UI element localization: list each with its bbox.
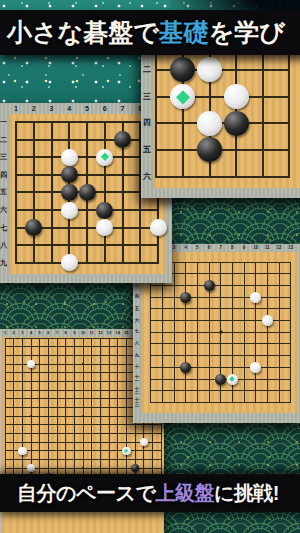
black-stone xyxy=(204,280,215,291)
grid-line-horizontal xyxy=(5,433,162,434)
row-label: 三 xyxy=(134,283,141,287)
star-point xyxy=(121,226,124,229)
row-label: 九 xyxy=(134,353,141,357)
column-label: 9 xyxy=(243,246,246,250)
star-point xyxy=(50,156,53,159)
column-label: 10 xyxy=(81,331,85,335)
grid-line-vertical xyxy=(100,338,101,495)
black-stone xyxy=(96,202,113,219)
grid-line-horizontal xyxy=(155,149,290,151)
column-label: 9 xyxy=(73,331,75,335)
bottom-caption-text: 自分のペースで上級盤に挑戦! xyxy=(17,482,279,504)
row-label: 四 xyxy=(134,295,141,299)
grid-line-vertical xyxy=(104,121,106,264)
column-label: 1 xyxy=(14,105,18,112)
column-label: 12 xyxy=(98,331,102,335)
row-label: 十三 xyxy=(134,398,141,407)
top-caption-highlight: 基礎 xyxy=(159,18,209,46)
white-stone xyxy=(18,447,26,455)
grid-line-horizontal xyxy=(5,459,162,460)
go-app-screenshot: 123456一二三四五六123456789一二三四五六七八九1234567891… xyxy=(0,0,300,533)
column-label: 4 xyxy=(67,105,71,112)
black-stone xyxy=(61,184,78,201)
white-stone xyxy=(250,362,261,373)
grid-line-horizontal xyxy=(15,209,159,211)
white-stone xyxy=(197,111,222,136)
grid-line-vertical xyxy=(262,42,264,177)
column-label: 7 xyxy=(56,331,58,335)
row-label: 二 xyxy=(0,136,8,143)
grid-line-horizontal xyxy=(15,262,159,264)
black-stone xyxy=(114,131,131,148)
grid-line-horizontal xyxy=(155,176,290,178)
row-label: 九 xyxy=(0,259,8,266)
grid-line-vertical xyxy=(235,42,237,177)
column-label: 13 xyxy=(107,331,111,335)
last-move-marker xyxy=(176,90,189,103)
column-label: 3 xyxy=(21,331,23,335)
white-stone xyxy=(262,315,273,326)
column-label: 6 xyxy=(103,105,107,112)
black-stone xyxy=(61,166,78,183)
row-label: 五 xyxy=(0,189,8,196)
grid-line-vertical xyxy=(126,338,127,495)
black-stone xyxy=(224,111,249,136)
goban-surface[interactable] xyxy=(153,33,300,188)
column-label: 5 xyxy=(85,105,89,112)
row-label: 十一 xyxy=(134,375,141,384)
black-stone xyxy=(215,374,226,385)
column-label: 8 xyxy=(231,246,234,250)
last-move-marker xyxy=(229,376,235,382)
black-stone xyxy=(180,362,191,373)
top-caption-text: 小さな碁盤で基礎を学び xyxy=(7,18,285,46)
column-label: 12 xyxy=(277,246,282,250)
column-label: 1 xyxy=(4,331,6,335)
grid-line-vertical xyxy=(117,338,118,495)
white-stone xyxy=(227,374,238,385)
star-point xyxy=(219,331,222,334)
row-label: 五 xyxy=(134,307,141,311)
top-caption-post: を学び xyxy=(209,18,285,46)
row-label: 四 xyxy=(141,119,153,127)
grid-line-horizontal xyxy=(5,442,162,443)
column-label: 8 xyxy=(65,331,67,335)
last-move-marker xyxy=(124,448,129,453)
top-caption-pre: 小さな碁盤で xyxy=(7,18,159,46)
bottom-caption-post: に挑戦! xyxy=(214,482,279,504)
black-stone xyxy=(79,184,96,201)
row-label: 八 xyxy=(134,342,141,346)
row-label: 五 xyxy=(141,146,153,154)
row-label: 七 xyxy=(134,330,141,334)
column-label: 6 xyxy=(208,246,211,250)
column-label: 4 xyxy=(184,246,187,250)
row-label: 七 xyxy=(0,224,8,231)
row-label: 三 xyxy=(141,93,153,101)
row-label: 十 xyxy=(134,365,141,369)
column-label: 5 xyxy=(196,246,199,250)
row-label: 十二 xyxy=(134,386,141,395)
bottom-caption-banner: 自分のペースで上級盤に挑戦! xyxy=(0,474,300,512)
row-label: 四 xyxy=(0,171,8,178)
row-label: 六 xyxy=(0,207,8,214)
grid-line-horizontal xyxy=(150,355,291,356)
column-label: 3 xyxy=(173,246,176,250)
grid-line-vertical xyxy=(109,338,110,495)
column-label: 4 xyxy=(30,331,32,335)
row-label: 六 xyxy=(134,318,141,322)
white-stone xyxy=(224,84,249,109)
grid-line-horizontal xyxy=(155,122,290,124)
white-stone xyxy=(150,219,167,236)
grid-line-vertical xyxy=(279,262,280,403)
white-stone xyxy=(250,292,261,303)
column-label: 11 xyxy=(90,331,94,335)
row-label: 二 xyxy=(141,66,153,74)
grid-line-vertical xyxy=(288,42,290,177)
star-point xyxy=(121,156,124,159)
grid-line-vertical xyxy=(290,262,291,403)
column-label: 7 xyxy=(219,246,222,250)
column-label: 10 xyxy=(253,246,258,250)
grid-line-vertical xyxy=(91,338,92,495)
white-stone xyxy=(122,447,130,455)
bottom-caption-highlight: 上級盤 xyxy=(155,482,214,504)
column-label: 13 xyxy=(288,246,293,250)
black-stone xyxy=(180,292,191,303)
column-label: 3 xyxy=(50,105,54,112)
grid-line-horizontal xyxy=(5,424,162,425)
column-label: 15 xyxy=(124,331,128,335)
row-label: 三 xyxy=(0,154,8,161)
column-label: 6 xyxy=(47,331,49,335)
white-stone xyxy=(61,202,78,219)
star-point xyxy=(50,226,53,229)
column-label: 14 xyxy=(115,331,119,335)
white-stone xyxy=(61,149,78,166)
white-stone xyxy=(140,438,148,446)
column-label: 7 xyxy=(121,105,125,112)
grid-line-horizontal xyxy=(150,367,291,368)
column-label: 5 xyxy=(39,331,41,335)
column-label: 2 xyxy=(32,105,36,112)
grid-line-horizontal xyxy=(150,402,291,403)
last-move-marker xyxy=(100,153,109,162)
row-label: 六 xyxy=(141,173,153,181)
column-label: 11 xyxy=(265,246,270,250)
row-label: 一 xyxy=(0,119,8,126)
white-stone xyxy=(61,254,78,271)
grid-line-horizontal xyxy=(5,450,162,451)
grid-line-vertical xyxy=(255,262,256,403)
grid-line-vertical xyxy=(267,262,268,403)
grid-line-horizontal xyxy=(150,390,291,391)
row-label: 八 xyxy=(0,242,8,249)
white-stone xyxy=(96,149,113,166)
top-caption-banner: 小さな碁盤で基礎を学び xyxy=(0,10,300,55)
column-label: 2 xyxy=(13,331,15,335)
grid-line-vertical xyxy=(155,42,157,177)
grid-line-horizontal xyxy=(15,244,159,246)
grid-line-vertical xyxy=(244,262,245,403)
bottom-caption-pre: 自分のペースで xyxy=(17,482,155,504)
grid-line-horizontal xyxy=(150,343,291,344)
